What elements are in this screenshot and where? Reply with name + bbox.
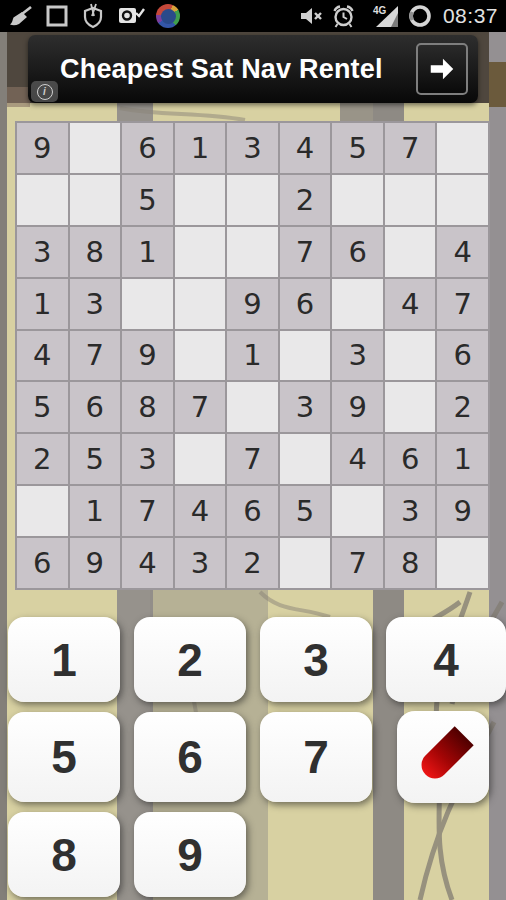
notification-icons	[8, 3, 180, 29]
cell-r9c5[interactable]: 2	[227, 538, 278, 588]
cell-r3c5[interactable]	[227, 227, 278, 277]
broom-icon	[8, 4, 34, 28]
cell-r4c6[interactable]: 6	[280, 279, 331, 329]
cell-r7c3[interactable]: 3	[122, 434, 173, 484]
cell-r7c9[interactable]: 1	[437, 434, 488, 484]
cell-r6c4[interactable]: 7	[175, 382, 226, 432]
cell-r8c6[interactable]: 5	[280, 486, 331, 536]
cell-r7c7[interactable]: 4	[332, 434, 383, 484]
cell-r2c5[interactable]	[227, 175, 278, 225]
cell-r4c9[interactable]: 7	[437, 279, 488, 329]
cell-r1c8[interactable]: 7	[385, 123, 436, 173]
cell-r3c8[interactable]	[385, 227, 436, 277]
cell-r4c8[interactable]: 4	[385, 279, 436, 329]
square-icon	[45, 4, 69, 28]
cell-r1c4[interactable]: 1	[175, 123, 226, 173]
cell-r5c9[interactable]: 6	[437, 331, 488, 381]
cell-r4c7[interactable]	[332, 279, 383, 329]
cell-r6c9[interactable]: 2	[437, 382, 488, 432]
ad-info-button[interactable]: i	[31, 81, 58, 102]
cell-r6c7[interactable]: 9	[332, 382, 383, 432]
status-bar: 4G 08:37	[0, 0, 506, 32]
cell-r9c4[interactable]: 3	[175, 538, 226, 588]
signal-4g-icon: 4G	[364, 4, 400, 28]
cell-r8c2[interactable]: 1	[70, 486, 121, 536]
cell-r2c4[interactable]	[175, 175, 226, 225]
cell-r8c5[interactable]: 6	[227, 486, 278, 536]
cell-r9c3[interactable]: 4	[122, 538, 173, 588]
cell-r4c1[interactable]: 1	[17, 279, 68, 329]
cell-r1c3[interactable]: 6	[122, 123, 173, 173]
cell-r3c6[interactable]: 7	[280, 227, 331, 277]
cell-r2c6[interactable]: 2	[280, 175, 331, 225]
cell-r8c8[interactable]: 3	[385, 486, 436, 536]
cell-r8c4[interactable]: 4	[175, 486, 226, 536]
cell-r2c8[interactable]	[385, 175, 436, 225]
mute-icon	[299, 6, 323, 26]
shield-pen-icon	[80, 3, 106, 29]
cell-r5c6[interactable]	[280, 331, 331, 381]
cell-r3c7[interactable]: 6	[332, 227, 383, 277]
cell-r2c9[interactable]	[437, 175, 488, 225]
cell-r5c1[interactable]: 4	[17, 331, 68, 381]
ad-arrow-button[interactable]	[416, 43, 468, 95]
cell-r4c5[interactable]: 9	[227, 279, 278, 329]
cell-r1c1[interactable]: 9	[17, 123, 68, 173]
cell-r9c8[interactable]: 8	[385, 538, 436, 588]
number-pad: 1 2 3 4 5 6 7 8 9	[0, 617, 506, 897]
cell-r3c3[interactable]: 1	[122, 227, 173, 277]
key-2[interactable]: 2	[134, 617, 246, 702]
key-3[interactable]: 3	[260, 617, 372, 702]
clock-time: 08:37	[443, 4, 498, 28]
eraser-button[interactable]	[397, 711, 489, 803]
cell-r6c5[interactable]	[227, 382, 278, 432]
cell-r6c1[interactable]: 5	[17, 382, 68, 432]
cell-r8c1[interactable]	[17, 486, 68, 536]
cell-r5c5[interactable]: 1	[227, 331, 278, 381]
cell-r1c9[interactable]	[437, 123, 488, 173]
system-status-icons: 4G 08:37	[299, 3, 498, 29]
cell-r7c2[interactable]: 5	[70, 434, 121, 484]
cell-r2c2[interactable]	[70, 175, 121, 225]
cell-r1c6[interactable]: 4	[280, 123, 331, 173]
sudoku-app-screen: 4G 08:37	[0, 0, 506, 900]
cell-r8c9[interactable]: 9	[437, 486, 488, 536]
browser-ring-icon	[156, 4, 180, 28]
cell-r9c1[interactable]: 6	[17, 538, 68, 588]
cell-r5c4[interactable]	[175, 331, 226, 381]
cell-r5c3[interactable]: 9	[122, 331, 173, 381]
cell-r1c5[interactable]: 3	[227, 123, 278, 173]
cell-r7c1[interactable]: 2	[17, 434, 68, 484]
cell-r2c1[interactable]	[17, 175, 68, 225]
cell-r7c5[interactable]: 7	[227, 434, 278, 484]
cell-r9c9[interactable]	[437, 538, 488, 588]
cell-r4c4[interactable]	[175, 279, 226, 329]
cell-r3c1[interactable]: 3	[17, 227, 68, 277]
cell-r5c2[interactable]: 7	[70, 331, 121, 381]
right-arrow-icon	[427, 54, 457, 84]
eraser-icon	[412, 726, 474, 788]
cell-r3c4[interactable]	[175, 227, 226, 277]
cell-r8c3[interactable]: 7	[122, 486, 173, 536]
cell-r8c7[interactable]	[332, 486, 383, 536]
key-1[interactable]: 1	[8, 617, 120, 702]
cell-r4c3[interactable]	[122, 279, 173, 329]
battery-circle-icon	[407, 3, 433, 29]
cell-r9c6[interactable]	[280, 538, 331, 588]
cell-r7c6[interactable]	[280, 434, 331, 484]
cell-r6c6[interactable]: 3	[280, 382, 331, 432]
cell-r7c4[interactable]	[175, 434, 226, 484]
cell-r6c8[interactable]	[385, 382, 436, 432]
ad-headline: Cheapest Sat Nav Rentel	[60, 54, 383, 85]
cell-r6c3[interactable]: 8	[122, 382, 173, 432]
cell-r3c2[interactable]: 8	[70, 227, 121, 277]
key-4[interactable]: 4	[386, 617, 506, 702]
cell-r6c2[interactable]: 6	[70, 382, 121, 432]
ad-banner[interactable]: Cheapest Sat Nav Rentel i	[28, 35, 478, 103]
sudoku-grid: 9613457523817641396474791365687392253746…	[15, 121, 490, 590]
cell-r3c9[interactable]: 4	[437, 227, 488, 277]
cell-r2c7[interactable]	[332, 175, 383, 225]
cell-r1c7[interactable]: 5	[332, 123, 383, 173]
cell-r5c8[interactable]	[385, 331, 436, 381]
key-8[interactable]: 8	[8, 812, 120, 897]
key-5[interactable]: 5	[8, 712, 120, 802]
cell-r9c2[interactable]: 9	[70, 538, 121, 588]
outlook-icon	[117, 4, 145, 28]
key-7[interactable]: 7	[260, 712, 372, 802]
cell-r4c2[interactable]: 3	[70, 279, 121, 329]
cell-r5c7[interactable]: 3	[332, 331, 383, 381]
cell-r7c8[interactable]: 6	[385, 434, 436, 484]
cell-r1c2[interactable]	[70, 123, 121, 173]
alarm-icon	[330, 4, 357, 29]
key-9[interactable]: 9	[134, 812, 246, 897]
info-icon: i	[37, 84, 53, 100]
cell-r9c7[interactable]: 7	[332, 538, 383, 588]
network-type-label: 4G	[373, 5, 387, 16]
cell-r2c3[interactable]: 5	[122, 175, 173, 225]
key-6[interactable]: 6	[134, 712, 246, 802]
